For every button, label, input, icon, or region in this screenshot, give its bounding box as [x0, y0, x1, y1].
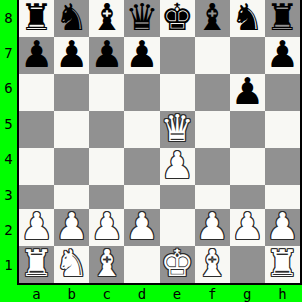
square-d7[interactable]: ♟ [124, 37, 159, 74]
white-queen[interactable]: ♛ [160, 110, 193, 147]
square-g7[interactable] [230, 37, 265, 74]
square-g6[interactable]: ♟ [230, 74, 265, 111]
square-d1[interactable] [124, 246, 159, 283]
chess-board: ♜♞♝♛♚♝♞♜♟♟♟♟♟♟♛♟♟♟♟♟♟♟♟♜♞♝♚♝♜ [19, 0, 300, 283]
square-c8[interactable]: ♝ [89, 0, 124, 37]
square-e7[interactable] [160, 37, 195, 74]
square-e5[interactable]: ♛ [160, 111, 195, 148]
rank-label-3: 3 [0, 177, 17, 212]
square-a2[interactable]: ♟ [19, 209, 54, 246]
square-e3[interactable] [160, 185, 195, 209]
square-c7[interactable]: ♟ [89, 37, 124, 74]
square-b6[interactable] [54, 74, 89, 111]
black-pawn[interactable]: ♟ [231, 73, 264, 110]
black-bishop[interactable]: ♝ [90, 0, 123, 36]
square-a6[interactable] [19, 74, 54, 111]
black-queen[interactable]: ♛ [125, 0, 158, 36]
black-rook[interactable]: ♜ [266, 0, 299, 36]
file-label-f: f [195, 285, 230, 302]
board-right-border [300, 0, 302, 285]
square-d2[interactable]: ♟ [124, 209, 159, 246]
square-g8[interactable]: ♞ [230, 0, 265, 37]
black-bishop[interactable]: ♝ [196, 0, 229, 36]
file-label-d: d [124, 285, 159, 302]
square-e2[interactable] [160, 209, 195, 246]
square-e8[interactable]: ♚ [160, 0, 195, 37]
square-g2[interactable]: ♟ [230, 209, 265, 246]
square-d4[interactable] [124, 148, 159, 185]
square-f4[interactable] [195, 148, 230, 185]
square-e1[interactable]: ♚ [160, 246, 195, 283]
rank-label-6: 6 [0, 71, 17, 106]
black-pawn[interactable]: ♟ [90, 36, 123, 73]
rank-labels: 87654321 [0, 0, 17, 283]
white-pawn[interactable]: ♟ [90, 208, 123, 245]
file-label-c: c [89, 285, 124, 302]
file-label-a: a [19, 285, 54, 302]
white-pawn[interactable]: ♟ [266, 208, 299, 245]
black-pawn[interactable]: ♟ [55, 36, 88, 73]
white-rook[interactable]: ♜ [20, 245, 53, 282]
file-label-b: b [54, 285, 89, 302]
square-b5[interactable] [54, 111, 89, 148]
square-f6[interactable] [195, 74, 230, 111]
file-labels: abcdefgh [19, 285, 300, 302]
square-g4[interactable] [230, 148, 265, 185]
square-h6[interactable] [265, 74, 300, 111]
square-e6[interactable] [160, 74, 195, 111]
rank-label-1: 1 [0, 248, 17, 283]
square-d6[interactable] [124, 74, 159, 111]
chess-board-window: 87654321 ♜♞♝♛♚♝♞♜♟♟♟♟♟♟♛♟♟♟♟♟♟♟♟♜♞♝♚♝♜ a… [0, 0, 302, 302]
square-f7[interactable] [195, 37, 230, 74]
square-h5[interactable] [265, 111, 300, 148]
white-pawn[interactable]: ♟ [20, 208, 53, 245]
black-rook[interactable]: ♜ [20, 0, 53, 36]
square-c4[interactable] [89, 148, 124, 185]
square-e4[interactable]: ♟ [160, 148, 195, 185]
square-a7[interactable]: ♟ [19, 37, 54, 74]
white-pawn[interactable]: ♟ [160, 147, 193, 184]
square-c6[interactable] [89, 74, 124, 111]
square-g1[interactable] [230, 246, 265, 283]
square-a4[interactable] [19, 148, 54, 185]
rank-label-4: 4 [0, 142, 17, 177]
square-d5[interactable] [124, 111, 159, 148]
white-pawn[interactable]: ♟ [196, 208, 229, 245]
square-b1[interactable]: ♞ [54, 246, 89, 283]
file-label-g: g [230, 285, 265, 302]
square-f5[interactable] [195, 111, 230, 148]
square-b2[interactable]: ♟ [54, 209, 89, 246]
black-pawn[interactable]: ♟ [266, 36, 299, 73]
white-king[interactable]: ♚ [160, 245, 193, 282]
white-bishop[interactable]: ♝ [196, 245, 229, 282]
square-a5[interactable] [19, 111, 54, 148]
square-f8[interactable]: ♝ [195, 0, 230, 37]
rank-label-5: 5 [0, 106, 17, 141]
white-bishop[interactable]: ♝ [90, 245, 123, 282]
square-d8[interactable]: ♛ [124, 0, 159, 37]
square-c5[interactable] [89, 111, 124, 148]
rank-label-7: 7 [0, 35, 17, 70]
square-c2[interactable]: ♟ [89, 209, 124, 246]
black-knight[interactable]: ♞ [55, 0, 88, 36]
square-b8[interactable]: ♞ [54, 0, 89, 37]
square-h8[interactable]: ♜ [265, 0, 300, 37]
square-h4[interactable] [265, 148, 300, 185]
square-f2[interactable]: ♟ [195, 209, 230, 246]
square-c1[interactable]: ♝ [89, 246, 124, 283]
white-knight[interactable]: ♞ [55, 245, 88, 282]
square-h7[interactable]: ♟ [265, 37, 300, 74]
black-king[interactable]: ♚ [160, 0, 193, 36]
white-pawn[interactable]: ♟ [125, 208, 158, 245]
white-rook[interactable]: ♜ [266, 245, 299, 282]
square-h1[interactable]: ♜ [265, 246, 300, 283]
square-f1[interactable]: ♝ [195, 246, 230, 283]
black-pawn[interactable]: ♟ [125, 36, 158, 73]
square-a8[interactable]: ♜ [19, 0, 54, 37]
black-pawn[interactable]: ♟ [20, 36, 53, 73]
rank-label-2: 2 [0, 212, 17, 247]
square-h2[interactable]: ♟ [265, 209, 300, 246]
square-b4[interactable] [54, 148, 89, 185]
white-pawn[interactable]: ♟ [55, 208, 88, 245]
file-label-h: h [265, 285, 300, 302]
square-g5[interactable] [230, 111, 265, 148]
file-label-e: e [160, 285, 195, 302]
black-knight[interactable]: ♞ [231, 0, 264, 36]
white-pawn[interactable]: ♟ [231, 208, 264, 245]
rank-label-8: 8 [0, 0, 17, 35]
square-b7[interactable]: ♟ [54, 37, 89, 74]
square-a1[interactable]: ♜ [19, 246, 54, 283]
